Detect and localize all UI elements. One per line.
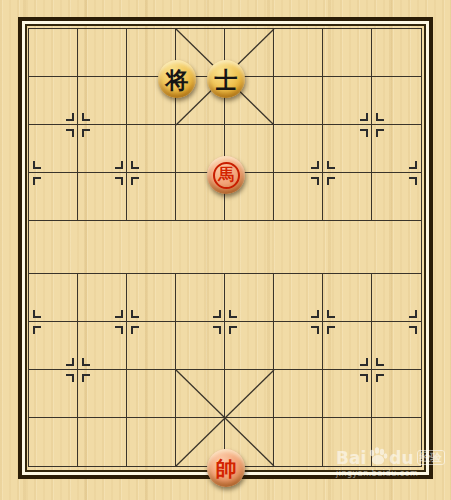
board-cell[interactable] [225, 322, 274, 370]
board-cell[interactable] [29, 370, 78, 418]
board-cell[interactable] [29, 125, 78, 173]
board-cell[interactable] [323, 322, 372, 370]
board-cell[interactable] [78, 418, 127, 466]
board-cell[interactable] [29, 418, 78, 466]
watermark-text-right: du [389, 450, 413, 467]
piece-ring: 馬 [213, 162, 240, 189]
board-cell[interactable] [372, 173, 421, 221]
board-cell[interactable] [274, 29, 323, 77]
board-cell[interactable] [274, 274, 323, 322]
board-cell[interactable] [127, 173, 176, 221]
board-cell[interactable] [274, 77, 323, 125]
board-cell[interactable] [323, 125, 372, 173]
board-cell[interactable] [323, 274, 372, 322]
board-cell[interactable] [176, 322, 225, 370]
red-general-glyph: 帥 [216, 458, 237, 479]
board-cell[interactable] [127, 322, 176, 370]
board-cell[interactable] [372, 29, 421, 77]
board-cell[interactable] [78, 274, 127, 322]
board-cell[interactable] [78, 322, 127, 370]
baidu-watermark: Bai du 经验 jingyan.baidu.com [336, 447, 445, 478]
board-cell[interactable] [274, 370, 323, 418]
board-cell[interactable] [127, 274, 176, 322]
board-cell[interactable] [127, 418, 176, 466]
board-cell[interactable] [323, 173, 372, 221]
black-general-glyph: 将 [166, 68, 189, 91]
board-cell[interactable] [176, 274, 225, 322]
board-cell[interactable] [372, 77, 421, 125]
red-general[interactable]: 帥 [207, 449, 245, 487]
board-cell[interactable] [78, 29, 127, 77]
watermark-text-left: Bai [336, 450, 366, 467]
board-cell[interactable] [225, 274, 274, 322]
baidu-paw-icon [368, 447, 388, 465]
black-advisor-glyph: 士 [215, 68, 238, 91]
board-cell[interactable] [372, 274, 421, 322]
watermark-subtext: jingyan.baidu.com [336, 469, 445, 478]
river-cell [29, 221, 421, 274]
black-advisor[interactable]: 士 [207, 60, 245, 98]
board-cell[interactable] [29, 322, 78, 370]
board-cell[interactable] [78, 77, 127, 125]
black-general[interactable]: 将 [158, 60, 196, 98]
board-cell[interactable] [372, 322, 421, 370]
board-cell[interactable] [323, 77, 372, 125]
board-cell[interactable] [323, 370, 372, 418]
board-cell[interactable] [29, 29, 78, 77]
board-cell[interactable] [372, 125, 421, 173]
board-cell[interactable] [127, 125, 176, 173]
board-cell[interactable] [29, 77, 78, 125]
board-cell[interactable] [274, 125, 323, 173]
board-cell[interactable] [78, 125, 127, 173]
xiangqi-board-screenshot: 将士馬帥 Bai du 经验 jingyan.baidu.com [0, 0, 451, 500]
red-horse[interactable]: 馬 [207, 156, 245, 194]
board-cell[interactable] [78, 173, 127, 221]
board-cell[interactable] [29, 173, 78, 221]
board-cell[interactable] [274, 173, 323, 221]
board-cell[interactable] [78, 370, 127, 418]
board-cell[interactable] [372, 370, 421, 418]
board-cell[interactable] [127, 370, 176, 418]
board-cell[interactable] [176, 370, 225, 418]
watermark-suffix: 经验 [417, 450, 445, 465]
board-cell[interactable] [225, 370, 274, 418]
board-cell[interactable] [323, 29, 372, 77]
board-cell[interactable] [274, 418, 323, 466]
board-cell[interactable] [274, 322, 323, 370]
board-cell[interactable] [29, 274, 78, 322]
red-horse-glyph: 馬 [218, 167, 234, 183]
